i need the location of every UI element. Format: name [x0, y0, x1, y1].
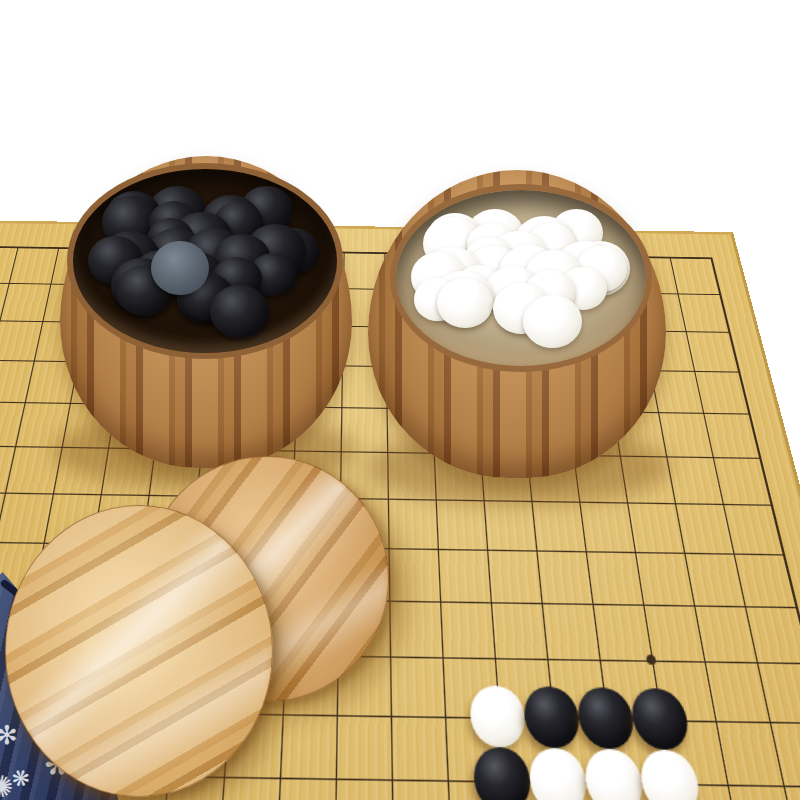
white-stone-bowl	[368, 170, 666, 478]
white-stone	[523, 295, 582, 348]
white-stone	[437, 278, 493, 328]
bag-print-motif: ✻	[0, 722, 18, 748]
bowl-lid-front	[5, 505, 273, 797]
black-stone-bowl	[60, 156, 352, 468]
slate-stone	[151, 241, 209, 296]
go-set-scene: ✻✦✻✻❋✺	[0, 0, 800, 800]
bag-print-motif: ✺	[0, 770, 16, 800]
